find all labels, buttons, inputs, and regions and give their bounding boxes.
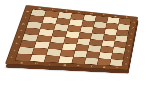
- square-b1[interactable]: [30, 55, 46, 62]
- rank-label-right-5: 5: [127, 36, 134, 42]
- square-a1[interactable]: [15, 54, 31, 61]
- square-f1[interactable]: [85, 58, 99, 65]
- file-label-bottom-a: a: [13, 61, 29, 65]
- file-label-bottom-e: e: [71, 64, 85, 68]
- rank-label-right-7: 7: [129, 25, 136, 31]
- chess-board: aa88bb77cc66dd55ee44ff33gg22hh11: [5, 5, 138, 70]
- square-g1[interactable]: [98, 59, 111, 66]
- file-label-bottom-f: f: [84, 64, 98, 68]
- file-label-bottom-g: g: [97, 65, 110, 69]
- file-label-bottom-b: b: [28, 62, 44, 66]
- rank-label-right-8: 8: [131, 19, 138, 25]
- file-label-bottom-h: h: [110, 66, 123, 70]
- square-h1[interactable]: [110, 59, 123, 66]
- chessboard-photo: aa88bb77cc66dd55ee44ff33gg22hh11: [0, 0, 147, 90]
- file-label-bottom-d: d: [57, 63, 72, 67]
- rank-label-right-2: 2: [124, 54, 131, 61]
- rank-label-right-6: 6: [128, 31, 135, 37]
- rank-label-right-3: 3: [125, 48, 132, 54]
- file-label-bottom-c: c: [43, 62, 58, 66]
- rank-label-right-1: 1: [122, 61, 129, 68]
- square-e1[interactable]: [72, 57, 86, 64]
- square-c1[interactable]: [44, 56, 59, 63]
- board-field: [15, 9, 132, 66]
- square-d1[interactable]: [58, 56, 73, 63]
- rank-label-right-4: 4: [126, 42, 133, 48]
